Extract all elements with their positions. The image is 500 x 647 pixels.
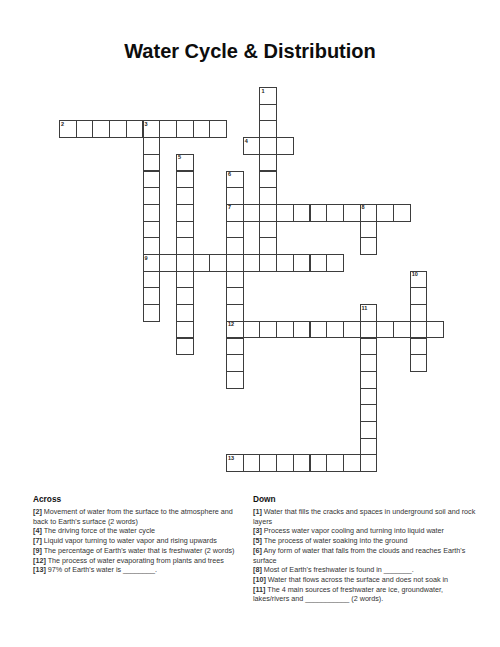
grid-cell[interactable] [326, 454, 344, 472]
grid-cell[interactable] [276, 321, 294, 339]
grid-cell[interactable] [243, 254, 261, 272]
clue-down-1: [1] Water that fills the cracks and spac… [253, 507, 481, 526]
clue-down-8: [8] Most of Earth's freshwater is found … [253, 565, 481, 575]
grid-cell[interactable] [410, 304, 428, 322]
clue-down-11: [11] The 4 main sources of freshwater ar… [253, 585, 481, 604]
clue-across-13: [13] 97% of Earth's water is ________. [33, 565, 248, 575]
grid-cell[interactable] [410, 287, 428, 305]
grid-cell[interactable] [376, 204, 394, 222]
grid-cell[interactable] [259, 154, 277, 172]
grid-cell[interactable] [209, 120, 227, 138]
grid-cell[interactable] [143, 204, 161, 222]
grid-cell[interactable] [176, 304, 194, 322]
grid-cell[interactable] [159, 254, 177, 272]
across-clue-list: [2] Movement of water from the surface t… [33, 507, 248, 575]
grid-cell[interactable] [360, 221, 378, 239]
grid-cell[interactable] [176, 338, 194, 356]
grid-cell[interactable] [226, 287, 244, 305]
grid-cell[interactable] [360, 388, 378, 406]
grid-cell[interactable] [226, 254, 244, 272]
grid-cell[interactable] [243, 454, 261, 472]
grid-cell[interactable] [226, 221, 244, 239]
grid-cell[interactable] [360, 404, 378, 422]
grid-cell[interactable] [143, 171, 161, 189]
grid-cell[interactable] [293, 321, 311, 339]
grid-cell[interactable] [143, 221, 161, 239]
grid-cell[interactable] [159, 120, 177, 138]
grid-cell[interactable] [326, 204, 344, 222]
grid-cell[interactable] [393, 204, 411, 222]
grid-cell[interactable] [360, 338, 378, 356]
grid-cell[interactable] [176, 321, 194, 339]
clue-across-7: [7] Liquid vapor turning to water vapor … [33, 536, 248, 546]
clue-across-12: [12] The process of water evaporating fr… [33, 556, 248, 566]
grid-cell[interactable] [360, 237, 378, 255]
grid-cell[interactable] [176, 271, 194, 289]
grid-cell[interactable] [376, 321, 394, 339]
grid-cell[interactable] [226, 187, 244, 205]
clue-across-9: [9] The percentage of Earth's water that… [33, 546, 248, 556]
crossword-page: Water Cycle & Distribution 1234567891011… [0, 0, 500, 647]
grid-cell[interactable] [259, 187, 277, 205]
clue-down-6: [6] Any form of water that falls from th… [253, 546, 481, 565]
clue-number: 2 [61, 122, 64, 128]
grid-cell[interactable] [226, 304, 244, 322]
clue-across-2: [2] Movement of water from the surface t… [33, 507, 248, 526]
grid-cell[interactable] [276, 204, 294, 222]
grid-cell[interactable] [226, 354, 244, 372]
grid-cell[interactable] [259, 454, 277, 472]
down-clues-column: Down [1] Water that fills the cracks and… [253, 494, 481, 604]
grid-cell[interactable] [193, 254, 211, 272]
clue-down-5: [5] The process of water soaking into th… [253, 536, 481, 546]
grid-cell[interactable] [259, 204, 277, 222]
grid-cell[interactable] [293, 254, 311, 272]
grid-cell[interactable] [176, 254, 194, 272]
grid-cell[interactable] [176, 221, 194, 239]
grid-cell[interactable] [226, 237, 244, 255]
clue-number: 5 [178, 155, 181, 161]
grid-cell[interactable] [310, 454, 328, 472]
grid-cell[interactable] [393, 321, 411, 339]
grid-cell[interactable] [276, 137, 294, 155]
grid-cell[interactable] [243, 204, 261, 222]
clue-number: 11 [362, 306, 368, 312]
grid-cell[interactable] [226, 271, 244, 289]
crossword-grid: 12345678910111213 [59, 87, 445, 473]
grid-cell[interactable] [360, 371, 378, 389]
grid-cell[interactable] [293, 454, 311, 472]
clue-number: 8 [362, 205, 365, 211]
clue-down-3: [3] Process water vapor cooling and turn… [253, 526, 481, 536]
grid-cell[interactable] [310, 204, 328, 222]
clue-number: 12 [228, 322, 234, 328]
down-clue-list: [1] Water that fills the cracks and spac… [253, 507, 481, 604]
grid-cell[interactable] [109, 120, 127, 138]
grid-cell[interactable] [360, 421, 378, 439]
across-header: Across [33, 494, 248, 504]
grid-cell[interactable] [276, 454, 294, 472]
grid-cell[interactable] [176, 204, 194, 222]
grid-cell[interactable] [343, 454, 361, 472]
grid-cell[interactable] [276, 254, 294, 272]
grid-cell[interactable] [360, 438, 378, 456]
grid-cell[interactable] [426, 321, 444, 339]
clue-number: 9 [145, 256, 148, 262]
down-header: Down [253, 494, 481, 504]
grid-cell[interactable] [259, 254, 277, 272]
grid-cell[interactable] [410, 321, 428, 339]
grid-cell[interactable] [259, 120, 277, 138]
grid-cell[interactable] [326, 254, 344, 272]
grid-cell[interactable] [176, 187, 194, 205]
grid-cell[interactable] [226, 338, 244, 356]
grid-cell[interactable] [310, 321, 328, 339]
grid-cell[interactable] [176, 237, 194, 255]
grid-cell[interactable] [176, 287, 194, 305]
grid-cell[interactable] [193, 120, 211, 138]
clue-number: 4 [245, 139, 248, 145]
grid-cell[interactable] [176, 120, 194, 138]
clue-number: 6 [228, 172, 231, 178]
grid-cell[interactable] [259, 171, 277, 189]
clue-number: 3 [145, 122, 148, 128]
grid-cell[interactable] [310, 254, 328, 272]
grid-cell[interactable] [259, 137, 277, 155]
grid-cell[interactable] [143, 304, 161, 322]
across-clues-column: Across [2] Movement of water from the su… [33, 494, 248, 575]
clue-number: 13 [228, 456, 234, 462]
clue-number: 10 [412, 272, 418, 278]
grid-cell[interactable] [143, 237, 161, 255]
grid-cell[interactable] [343, 204, 361, 222]
grid-cell[interactable] [360, 321, 378, 339]
grid-cell[interactable] [126, 120, 144, 138]
grid-cell[interactable] [226, 371, 244, 389]
grid-cell[interactable] [259, 221, 277, 239]
grid-cell[interactable] [259, 321, 277, 339]
clue-number: 1 [261, 89, 264, 95]
grid-cell[interactable] [326, 321, 344, 339]
grid-cell[interactable] [360, 454, 378, 472]
page-title: Water Cycle & Distribution [0, 40, 500, 63]
clue-number: 7 [228, 205, 231, 211]
grid-cell[interactable] [243, 321, 261, 339]
grid-cell[interactable] [360, 354, 378, 372]
clue-down-10: [10] Water that flows across the surface… [253, 575, 481, 585]
grid-cell[interactable] [410, 354, 428, 372]
grid-cell[interactable] [143, 137, 161, 155]
grid-cell[interactable] [143, 187, 161, 205]
grid-cell[interactable] [143, 271, 161, 289]
grid-cell[interactable] [259, 237, 277, 255]
grid-cell[interactable] [410, 338, 428, 356]
grid-cell[interactable] [92, 120, 110, 138]
grid-cell[interactable] [343, 321, 361, 339]
clue-across-4: [4] The driving force of the water cycle [33, 526, 248, 536]
grid-cell[interactable] [76, 120, 94, 138]
grid-cell[interactable] [143, 287, 161, 305]
grid-cell[interactable] [209, 254, 227, 272]
grid-cell[interactable] [259, 104, 277, 122]
grid-cell[interactable] [143, 154, 161, 172]
grid-cell[interactable] [293, 204, 311, 222]
grid-cell[interactable] [176, 171, 194, 189]
